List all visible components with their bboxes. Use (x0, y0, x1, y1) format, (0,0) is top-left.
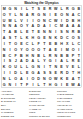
word-column-3: ROWINGTABLE TENNISTAEKWONDOTRIATHLONVOLL… (57, 89, 82, 118)
grid-cell-r14c14[interactable]: A (76, 82, 82, 88)
word-item: WRESTLING (57, 115, 82, 119)
word-column-1: ARCHERYATHLETICSBADMINTONBASKETBALLBMXBO… (1, 89, 29, 118)
word-grid: MGNILTSERWLRGBOYLNARGNIEONACUMLVIIONCWID… (1, 6, 81, 87)
word-column-2: EVENTINGFENCINGFIELD HOCKEYFOOTBALLGYMNA… (29, 89, 57, 118)
puzzle-title: Watching the Olympics (0, 0, 83, 5)
word-search-page: Watching the Olympics MGNILTSERWLRGBOYLN… (0, 0, 83, 119)
word-list: ARCHERYATHLETICSBADMINTONBASKETBALLBMXBO… (1, 89, 82, 118)
word-item: MOUNTAIN BIKING (29, 115, 57, 119)
word-item: DRESSAGE (1, 115, 29, 119)
grid-border-box: MGNILTSERWLRGBOYLNARGNIEONACUMLVIIONCWID… (1, 6, 82, 88)
puzzle-stage: Watching the Olympics MGNILTSERWLRGBOYLN… (0, 0, 83, 119)
